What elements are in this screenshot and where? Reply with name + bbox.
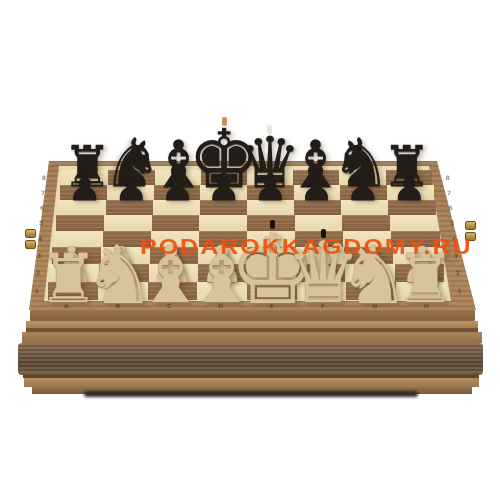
brass-clasp-left-top-icon[interactable] bbox=[25, 229, 36, 238]
black-pawn-d7[interactable]: ♟ bbox=[205, 168, 243, 206]
rank-label-left-6: 6 bbox=[40, 204, 44, 211]
brass-clasp-right-top-icon[interactable] bbox=[465, 221, 476, 230]
watermark-text: PODAROKKAGDOMY.RU bbox=[140, 236, 473, 257]
black-pawn-g7[interactable]: ♟ bbox=[344, 168, 382, 206]
rank-label-left-7: 7 bbox=[41, 189, 45, 196]
black-pawn-e7[interactable]: ♟ bbox=[251, 168, 289, 206]
black-pawn-c7[interactable]: ♟ bbox=[158, 168, 196, 206]
black-pawn-f7[interactable]: ♟ bbox=[297, 168, 335, 206]
rank-label-right-6: 6 bbox=[449, 204, 453, 211]
rank-label-right-8: 8 bbox=[445, 174, 449, 181]
case-lower-moulding bbox=[24, 378, 479, 387]
black-pawn-a7[interactable]: ♟ bbox=[66, 168, 104, 206]
case-main-moulding bbox=[18, 343, 483, 375]
rank-label-left-8: 8 bbox=[42, 174, 46, 181]
chess-set-photo: ABCDEFGH1122334455667788 ♜♞♝♚♛♝♞♜♟♟♟♟♟♟♟… bbox=[0, 0, 500, 500]
white-king-finial-icon bbox=[270, 220, 275, 229]
black-pawn-b7[interactable]: ♟ bbox=[112, 168, 150, 206]
black-queen-finial-icon bbox=[267, 125, 272, 134]
rank-label-right-7: 7 bbox=[447, 189, 451, 196]
rank-label-left-5: 5 bbox=[39, 219, 43, 226]
case-upper-moulding bbox=[22, 332, 482, 343]
black-pawn-h7[interactable]: ♟ bbox=[390, 168, 428, 206]
black-king-finial-icon bbox=[222, 117, 227, 126]
rank-label-right-5: 5 bbox=[450, 219, 454, 226]
case-underside-shadow bbox=[84, 391, 418, 397]
